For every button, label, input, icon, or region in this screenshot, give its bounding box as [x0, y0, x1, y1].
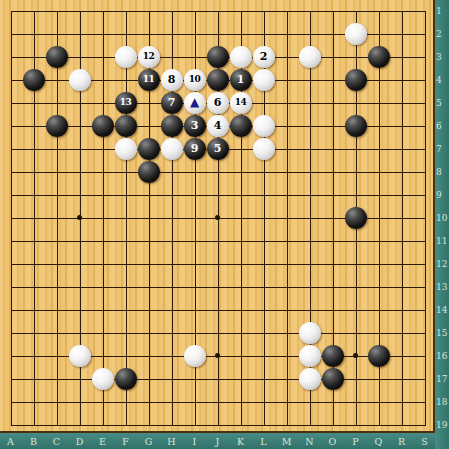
white-stone-L6[interactable]	[253, 115, 275, 137]
black-stone-B4[interactable]	[23, 69, 45, 91]
black-stone-G4[interactable]: 11	[138, 69, 160, 91]
row-label-19: 19	[436, 420, 449, 430]
move-number: 7	[168, 97, 176, 108]
white-stone-G3[interactable]: 12	[138, 46, 160, 68]
grid-line-horizontal	[11, 379, 426, 380]
white-stone-L4[interactable]	[253, 69, 275, 91]
move-number: 11	[143, 75, 155, 84]
column-label-R: R	[395, 436, 409, 447]
move-number: 4	[214, 120, 222, 131]
black-stone-J7[interactable]: 5	[207, 138, 229, 160]
white-stone-N3[interactable]	[299, 46, 321, 68]
move-number: 5	[214, 143, 222, 154]
black-stone-P10[interactable]	[345, 207, 367, 229]
column-label-J: J	[211, 436, 225, 447]
row-label-9: 9	[436, 190, 449, 200]
move-number: 13	[120, 98, 132, 107]
column-label-A: A	[4, 436, 18, 447]
star-point	[215, 215, 220, 220]
column-label-S: S	[418, 436, 432, 447]
grid-line-vertical	[287, 11, 288, 426]
move-number: 8	[168, 74, 176, 85]
white-stone-P2[interactable]	[345, 23, 367, 45]
move-number: 12	[143, 52, 155, 61]
white-stone-L3[interactable]: 2	[253, 46, 275, 68]
black-stone-C6[interactable]	[46, 115, 68, 137]
black-stone-E6[interactable]	[92, 115, 114, 137]
white-stone-H7[interactable]	[161, 138, 183, 160]
black-stone-F17[interactable]	[115, 368, 137, 390]
black-stone-G8[interactable]	[138, 161, 160, 183]
grid-line-horizontal	[11, 425, 426, 426]
move-number: 10	[189, 75, 201, 84]
black-stone-J4[interactable]	[207, 69, 229, 91]
row-label-5: 5	[436, 98, 449, 108]
black-stone-J3[interactable]	[207, 46, 229, 68]
row-label-1: 1	[436, 6, 449, 16]
column-label-O: O	[326, 436, 340, 447]
black-stone-O17[interactable]	[322, 368, 344, 390]
grid-line-horizontal	[11, 402, 426, 403]
go-board-panel: 122118101137▲6143495 ABCDEFGHIJKLMNOPQRS…	[0, 0, 449, 449]
column-label-N: N	[303, 436, 317, 447]
row-label-14: 14	[436, 305, 449, 315]
row-label-13: 13	[436, 282, 449, 292]
black-stone-I6[interactable]: 3	[184, 115, 206, 137]
black-stone-C3[interactable]	[46, 46, 68, 68]
move-number: 2	[260, 51, 268, 62]
column-label-M: M	[280, 436, 294, 447]
row-label-15: 15	[436, 328, 449, 338]
black-stone-F6[interactable]	[115, 115, 137, 137]
black-stone-Q3[interactable]	[368, 46, 390, 68]
row-label-11: 11	[436, 236, 449, 246]
white-stone-J5[interactable]: 6	[207, 92, 229, 114]
black-stone-I7[interactable]: 9	[184, 138, 206, 160]
white-stone-J6[interactable]: 4	[207, 115, 229, 137]
row-label-4: 4	[436, 75, 449, 85]
white-stone-I5[interactable]: ▲	[184, 92, 206, 114]
row-label-10: 10	[436, 213, 449, 223]
move-number: 9	[191, 143, 199, 154]
white-stone-D4[interactable]	[69, 69, 91, 91]
white-stone-F7[interactable]	[115, 138, 137, 160]
triangle-marker-icon: ▲	[190, 96, 199, 108]
black-stone-O16[interactable]	[322, 345, 344, 367]
column-label-C: C	[50, 436, 64, 447]
row-label-6: 6	[436, 121, 449, 131]
row-label-18: 18	[436, 397, 449, 407]
white-stone-K3[interactable]	[230, 46, 252, 68]
row-label-2: 2	[436, 29, 449, 39]
column-label-K: K	[234, 436, 248, 447]
white-stone-N15[interactable]	[299, 322, 321, 344]
star-point	[77, 215, 82, 220]
white-stone-L7[interactable]	[253, 138, 275, 160]
white-stone-D16[interactable]	[69, 345, 91, 367]
black-stone-H5[interactable]: 7	[161, 92, 183, 114]
white-stone-K5[interactable]: 14	[230, 92, 252, 114]
column-label-P: P	[349, 436, 363, 447]
row-label-16: 16	[436, 351, 449, 361]
white-stone-F3[interactable]	[115, 46, 137, 68]
column-label-Q: Q	[372, 436, 386, 447]
column-label-H: H	[165, 436, 179, 447]
black-stone-F5[interactable]: 13	[115, 92, 137, 114]
column-label-I: I	[188, 436, 202, 447]
move-number: 14	[235, 98, 247, 107]
row-label-17: 17	[436, 374, 449, 384]
row-label-8: 8	[436, 167, 449, 177]
move-number: 1	[237, 74, 245, 85]
grid-line-vertical	[425, 11, 426, 426]
black-stone-K4[interactable]: 1	[230, 69, 252, 91]
white-stone-H4[interactable]: 8	[161, 69, 183, 91]
black-stone-K6[interactable]	[230, 115, 252, 137]
row-label-7: 7	[436, 144, 449, 154]
white-stone-N16[interactable]	[299, 345, 321, 367]
white-stone-N17[interactable]	[299, 368, 321, 390]
column-label-L: L	[257, 436, 271, 447]
white-stone-E17[interactable]	[92, 368, 114, 390]
column-label-D: D	[73, 436, 87, 447]
grid-line-vertical	[402, 11, 403, 426]
column-label-E: E	[96, 436, 110, 447]
column-label-F: F	[119, 436, 133, 447]
row-label-3: 3	[436, 52, 449, 62]
grid-line-horizontal	[11, 287, 426, 288]
black-stone-P6[interactable]	[345, 115, 367, 137]
black-stone-G7[interactable]	[138, 138, 160, 160]
black-stone-Q16[interactable]	[368, 345, 390, 367]
column-label-G: G	[142, 436, 156, 447]
star-point	[215, 353, 220, 358]
black-stone-H6[interactable]	[161, 115, 183, 137]
grid-line-horizontal	[11, 310, 426, 311]
move-number: 6	[214, 97, 222, 108]
column-label-B: B	[27, 436, 41, 447]
move-number: 3	[191, 120, 199, 131]
grid-line-horizontal	[11, 333, 426, 334]
white-stone-I4[interactable]: 10	[184, 69, 206, 91]
black-stone-P4[interactable]	[345, 69, 367, 91]
grid-line-horizontal	[11, 241, 426, 242]
row-label-12: 12	[436, 259, 449, 269]
white-stone-I16[interactable]	[184, 345, 206, 367]
grid-line-horizontal	[11, 264, 426, 265]
star-point	[353, 353, 358, 358]
